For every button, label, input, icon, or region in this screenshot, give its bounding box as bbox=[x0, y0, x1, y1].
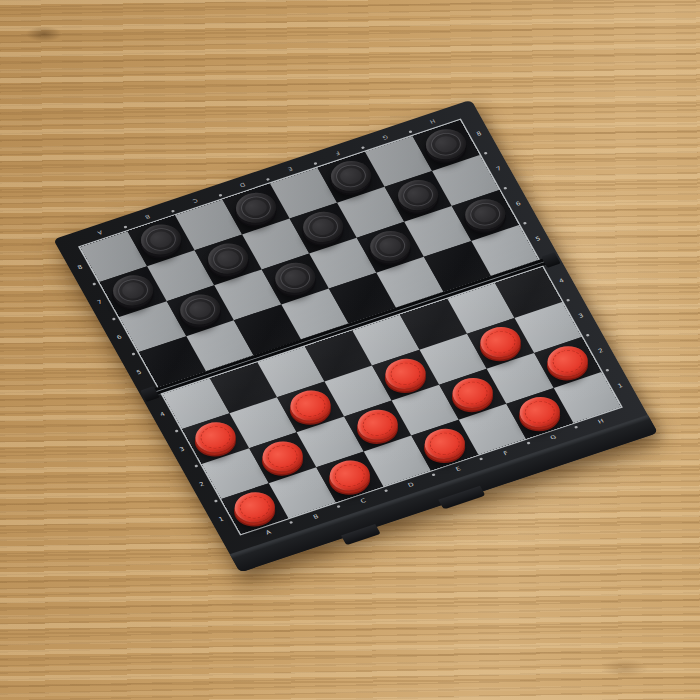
file-label-bottom-h: H bbox=[597, 419, 605, 426]
rank-label-left-6: 6 bbox=[116, 335, 123, 341]
checkers-case: ABCDEFGHABCDEFGH8877665544332211 bbox=[53, 100, 658, 573]
frame-dot bbox=[574, 426, 577, 429]
frame-dot bbox=[175, 430, 178, 433]
rank-label-right-3: 3 bbox=[578, 313, 585, 319]
file-label-top-c: C bbox=[191, 197, 198, 203]
file-label-top-a: A bbox=[96, 229, 103, 235]
rank-label-left-2: 2 bbox=[198, 482, 205, 488]
frame-dot bbox=[605, 369, 608, 372]
file-label-top-g: G bbox=[381, 134, 389, 141]
file-label-bottom-b: B bbox=[312, 514, 319, 520]
file-label-top-e: E bbox=[286, 165, 293, 171]
frame-dot bbox=[408, 130, 411, 133]
frame-dot bbox=[503, 187, 506, 190]
rank-label-right-8: 8 bbox=[476, 131, 483, 137]
frame-dot bbox=[171, 210, 174, 213]
rank-label-left-7: 7 bbox=[96, 300, 103, 306]
frame-dot bbox=[218, 194, 221, 197]
frame-dot bbox=[432, 473, 435, 476]
frame-dot bbox=[289, 521, 292, 524]
rank-label-right-6: 6 bbox=[515, 201, 522, 207]
rank-label-left-8: 8 bbox=[77, 265, 84, 271]
frame-dot bbox=[194, 465, 197, 468]
frame-dot bbox=[566, 299, 569, 302]
frame-dot bbox=[266, 178, 269, 181]
file-label-top-h: H bbox=[429, 118, 436, 124]
frame-dot bbox=[337, 505, 340, 508]
file-label-bottom-d: D bbox=[407, 482, 415, 489]
rank-label-right-1: 1 bbox=[617, 383, 624, 389]
frame-dot bbox=[527, 442, 530, 445]
frame-dot bbox=[479, 458, 482, 461]
frame-dot bbox=[484, 152, 487, 155]
file-label-top-b: B bbox=[144, 213, 151, 219]
frame-dot bbox=[313, 162, 316, 165]
file-label-bottom-f: F bbox=[503, 451, 510, 457]
frame-dot bbox=[523, 222, 526, 225]
frame-dot bbox=[123, 226, 126, 229]
file-label-bottom-a: A bbox=[265, 530, 272, 536]
file-label-top-f: F bbox=[334, 150, 340, 156]
file-label-bottom-e: E bbox=[455, 466, 462, 472]
rank-label-right-2: 2 bbox=[597, 348, 604, 354]
wood-table-surface: ABCDEFGHABCDEFGH8877665544332211 bbox=[0, 0, 700, 700]
frame-dot bbox=[214, 500, 217, 503]
frame-dot bbox=[586, 334, 589, 337]
rank-label-left-4: 4 bbox=[159, 412, 166, 418]
rank-label-right-4: 4 bbox=[558, 278, 565, 284]
rank-label-left-1: 1 bbox=[218, 517, 225, 523]
frame-dot bbox=[112, 318, 115, 321]
rank-label-left-5: 5 bbox=[136, 370, 143, 376]
rank-label-right-5: 5 bbox=[535, 236, 542, 242]
file-label-top-d: D bbox=[239, 181, 247, 187]
frame-dot bbox=[361, 146, 364, 149]
file-label-bottom-g: G bbox=[550, 434, 558, 441]
rank-label-left-3: 3 bbox=[179, 447, 186, 453]
frame-dot bbox=[131, 353, 134, 356]
rank-label-right-7: 7 bbox=[495, 166, 502, 172]
frame-dot bbox=[384, 489, 387, 492]
frame-dot bbox=[92, 283, 95, 286]
file-label-bottom-c: C bbox=[360, 498, 367, 504]
